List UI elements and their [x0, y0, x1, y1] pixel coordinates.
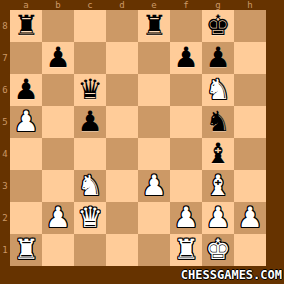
square-e3[interactable]: ♟ [138, 170, 170, 202]
square-a6[interactable]: ♟ [10, 74, 42, 106]
square-b8[interactable] [42, 10, 74, 42]
rank-label-1: 1 [0, 234, 10, 266]
square-g4[interactable]: ♝ [202, 138, 234, 170]
square-h2[interactable]: ♟ [234, 202, 266, 234]
square-f5[interactable] [170, 106, 202, 138]
square-h4[interactable] [234, 138, 266, 170]
square-g8[interactable]: ♚ [202, 10, 234, 42]
square-a8[interactable]: ♜ [10, 10, 42, 42]
square-a3[interactable] [10, 170, 42, 202]
square-e7[interactable] [138, 42, 170, 74]
square-g7[interactable]: ♟ [202, 42, 234, 74]
square-f3[interactable] [170, 170, 202, 202]
file-label-d: d [106, 0, 138, 10]
square-d3[interactable] [106, 170, 138, 202]
black-rook[interactable]: ♜ [141, 10, 166, 42]
square-h8[interactable] [234, 10, 266, 42]
square-f8[interactable] [170, 10, 202, 42]
black-queen[interactable]: ♛ [77, 74, 102, 106]
square-c1[interactable] [74, 234, 106, 266]
rank-label-4: 4 [0, 138, 10, 170]
square-c2[interactable]: ♛ [74, 202, 106, 234]
site-watermark: CHESSGAMES.COM [181, 268, 282, 282]
black-pawn[interactable]: ♟ [13, 74, 38, 106]
black-knight[interactable]: ♞ [205, 106, 230, 138]
white-king[interactable]: ♚ [205, 234, 230, 266]
black-pawn[interactable]: ♟ [45, 42, 70, 74]
black-bishop[interactable]: ♝ [205, 138, 230, 170]
file-label-b: b [42, 0, 74, 10]
square-e5[interactable] [138, 106, 170, 138]
square-h7[interactable] [234, 42, 266, 74]
square-a2[interactable] [10, 202, 42, 234]
square-h3[interactable] [234, 170, 266, 202]
square-a7[interactable] [10, 42, 42, 74]
board-frame: abcdefgh 87654321 ♜♜♚♟♟♟♟♛♞♟♟♞♝♞♟♝♟♛♟♟♟♜… [0, 0, 284, 284]
black-king[interactable]: ♚ [205, 10, 230, 42]
square-f1[interactable]: ♜ [170, 234, 202, 266]
square-b3[interactable] [42, 170, 74, 202]
square-d5[interactable] [106, 106, 138, 138]
square-b7[interactable]: ♟ [42, 42, 74, 74]
square-e1[interactable] [138, 234, 170, 266]
white-knight[interactable]: ♞ [77, 170, 102, 202]
square-c8[interactable] [74, 10, 106, 42]
square-a5[interactable]: ♟ [10, 106, 42, 138]
rank-labels: 87654321 [0, 10, 10, 266]
board-footer: CHESSGAMES.COM [10, 266, 284, 284]
rank-label-3: 3 [0, 170, 10, 202]
square-d4[interactable] [106, 138, 138, 170]
white-pawn[interactable]: ♟ [45, 202, 70, 234]
square-f4[interactable] [170, 138, 202, 170]
square-e4[interactable] [138, 138, 170, 170]
square-c6[interactable]: ♛ [74, 74, 106, 106]
square-c7[interactable] [74, 42, 106, 74]
white-rook[interactable]: ♜ [173, 234, 198, 266]
white-pawn[interactable]: ♟ [13, 106, 38, 138]
square-f2[interactable]: ♟ [170, 202, 202, 234]
black-rook[interactable]: ♜ [13, 10, 38, 42]
square-d8[interactable] [106, 10, 138, 42]
rank-label-2: 2 [0, 202, 10, 234]
square-d6[interactable] [106, 74, 138, 106]
white-queen[interactable]: ♛ [77, 202, 102, 234]
square-g6[interactable]: ♞ [202, 74, 234, 106]
square-c5[interactable]: ♟ [74, 106, 106, 138]
white-knight[interactable]: ♞ [205, 74, 230, 106]
square-c4[interactable] [74, 138, 106, 170]
square-b5[interactable] [42, 106, 74, 138]
white-bishop[interactable]: ♝ [205, 170, 230, 202]
square-b2[interactable]: ♟ [42, 202, 74, 234]
rank-label-6: 6 [0, 74, 10, 106]
square-h5[interactable] [234, 106, 266, 138]
black-pawn[interactable]: ♟ [77, 106, 102, 138]
square-h6[interactable] [234, 74, 266, 106]
square-d2[interactable] [106, 202, 138, 234]
square-e8[interactable]: ♜ [138, 10, 170, 42]
square-d1[interactable] [106, 234, 138, 266]
square-f7[interactable]: ♟ [170, 42, 202, 74]
file-label-h: h [234, 0, 266, 10]
white-rook[interactable]: ♜ [13, 234, 38, 266]
square-g2[interactable]: ♟ [202, 202, 234, 234]
white-pawn[interactable]: ♟ [141, 170, 166, 202]
chess-board: ♜♜♚♟♟♟♟♛♞♟♟♞♝♞♟♝♟♛♟♟♟♜♜♚ [10, 10, 266, 266]
square-e2[interactable] [138, 202, 170, 234]
file-label-c: c [74, 0, 106, 10]
square-a1[interactable]: ♜ [10, 234, 42, 266]
white-pawn[interactable]: ♟ [205, 202, 230, 234]
square-h1[interactable] [234, 234, 266, 266]
square-b1[interactable] [42, 234, 74, 266]
rank-label-8: 8 [0, 10, 10, 42]
square-b4[interactable] [42, 138, 74, 170]
square-g3[interactable]: ♝ [202, 170, 234, 202]
square-e6[interactable] [138, 74, 170, 106]
square-c3[interactable]: ♞ [74, 170, 106, 202]
square-g5[interactable]: ♞ [202, 106, 234, 138]
square-g1[interactable]: ♚ [202, 234, 234, 266]
black-pawn[interactable]: ♟ [205, 42, 230, 74]
rank-label-7: 7 [0, 42, 10, 74]
square-d7[interactable] [106, 42, 138, 74]
file-label-f: f [170, 0, 202, 10]
rank-label-5: 5 [0, 106, 10, 138]
white-pawn[interactable]: ♟ [173, 202, 198, 234]
white-pawn[interactable]: ♟ [237, 202, 262, 234]
square-a4[interactable] [10, 138, 42, 170]
black-pawn[interactable]: ♟ [173, 42, 198, 74]
square-f6[interactable] [170, 74, 202, 106]
square-b6[interactable] [42, 74, 74, 106]
